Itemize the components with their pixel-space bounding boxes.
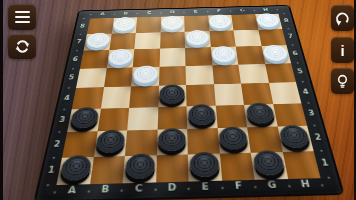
checker-white-d8[interactable]: ⛀ [161,15,183,29]
square-d6[interactable] [159,48,185,66]
square-b7[interactable] [109,33,136,50]
restart-icon [14,38,31,55]
square-e8[interactable] [184,15,209,31]
square-c4[interactable] [129,86,158,108]
frame-stud [136,13,138,14]
undo-button[interactable] [331,5,354,31]
rank-label-right-1: 1 [316,160,335,168]
screen-edge-left [0,0,3,200]
square-g7[interactable] [233,29,261,46]
frame-stud [187,187,190,190]
checker-glyph: ⛂ [218,126,248,149]
square-a4[interactable] [72,87,104,109]
checker-glyph: ⛀ [133,66,158,84]
board-frame: ⛀⛀⛀⛀⛀⛀⛀⛀⛀⛀⛂⛂⛂⛂⛂⛂⛂⛂⛂⛂⛂⛂ ABCDEFGHABCDEFGH1… [36,6,342,200]
rank-label-right-6: 6 [288,51,303,56]
frame-stud [321,184,325,187]
frame-stud [154,188,157,191]
frame-stud [283,13,285,14]
square-d5[interactable] [159,66,186,86]
checker-white-h8[interactable]: ⛀ [256,13,281,27]
checker-black-f2[interactable]: ⛂ [218,126,248,149]
square-g6[interactable] [236,46,265,64]
checker-glyph: ⛀ [209,14,232,28]
square-f4[interactable] [213,84,243,106]
frame-stud [113,14,115,15]
hint-button[interactable] [331,68,354,94]
checker-glyph: ⛂ [188,104,216,125]
square-g2[interactable] [247,127,282,153]
square-e6[interactable] [185,47,212,65]
square-d1[interactable] [156,154,189,182]
file-label-top-a: A [100,12,105,16]
square-h3[interactable] [273,103,308,127]
checker-black-a1[interactable]: ⛂ [59,155,92,181]
rank-label-right-2: 2 [309,134,327,142]
frame-stud [313,124,316,126]
file-label-bottom-d: D [168,183,177,192]
checker-glyph: ⛀ [186,30,209,45]
square-c2[interactable] [125,130,157,156]
checker-glyph: ⛂ [59,155,92,181]
square-c8[interactable] [136,17,161,33]
square-h7[interactable] [258,29,287,46]
file-label-top-d: D [170,10,175,14]
file-label-bottom-g: G [267,180,277,189]
square-e5[interactable] [185,65,213,85]
frame-stud [63,108,66,110]
rank-label-right-7: 7 [284,34,298,39]
square-b4[interactable] [100,86,131,108]
checker-glyph: ⛂ [69,107,99,128]
square-g4[interactable] [241,83,273,105]
frame-stud [206,11,208,12]
file-label-bottom-c: C [135,184,143,193]
checker-glyph: ⛀ [262,44,289,61]
frame-stud [276,9,278,10]
frame-stud [296,62,299,64]
square-d7[interactable] [160,31,185,48]
square-b1[interactable] [89,156,124,185]
frame-stud [58,131,61,133]
game-screen: ⛀⛀⛀⛀⛀⛀⛀⛀⛀⛀⛂⛂⛂⛂⛂⛂⛂⛂⛂⛂⛂⛂ ABCDEFGHABCDEFGH1… [0,0,356,200]
file-label-top-e: E [194,10,198,14]
lightbulb-icon [334,73,351,90]
file-label-bottom-b: B [101,185,110,194]
info-icon: i [340,43,344,58]
rank-label-left-1: 1 [42,167,60,176]
frame-stud [319,149,322,151]
checker-black-d4[interactable]: ⛂ [159,84,185,104]
checker-white-h6[interactable]: ⛀ [262,44,289,61]
file-label-bottom-a: A [67,186,77,195]
frame-stud [68,87,71,89]
undo-arrow-icon [334,10,351,27]
frame-stud [291,44,294,46]
frame-stud [221,186,224,189]
frame-stud [254,185,257,188]
checker-white-b8[interactable]: ⛀ [113,17,136,31]
frame-stud [46,184,49,187]
frame-stud [76,50,79,52]
rank-label-left-5: 5 [64,75,79,81]
square-d3[interactable] [157,106,187,130]
frame-stud [253,10,255,11]
file-label-top-f: F [217,9,221,13]
rank-label-left-8: 8 [76,24,89,29]
board-grid: ⛀⛀⛀⛀⛀⛀⛀⛀⛀⛀⛂⛂⛂⛂⛂⛂⛂⛂⛂⛂⛂⛂ [56,14,320,185]
square-f5[interactable] [212,64,241,84]
frame-stud [52,156,55,158]
frame-stud [79,33,81,34]
rank-label-right-3: 3 [303,110,320,117]
frame-stud [90,14,92,15]
checker-white-e7[interactable]: ⛀ [186,30,209,45]
checker-white-a7[interactable]: ⛀ [85,33,110,49]
checker-glyph: ⛂ [159,84,185,104]
checker-black-a3[interactable]: ⛂ [69,107,99,128]
checker-glyph: ⛂ [278,125,311,148]
square-f7[interactable] [209,30,236,47]
file-label-top-g: G [240,8,245,12]
checkers-board: ⛀⛀⛀⛀⛀⛀⛀⛀⛀⛀⛂⛂⛂⛂⛂⛂⛂⛂⛂⛂⛂⛂ ABCDEFGHABCDEFGH1… [36,6,342,200]
checker-glyph: ⛂ [124,154,155,180]
square-a6[interactable] [80,50,109,69]
square-e4[interactable] [186,84,215,106]
square-g5[interactable] [238,64,268,84]
checker-black-d2[interactable]: ⛂ [158,128,186,151]
rank-label-left-2: 2 [48,141,65,149]
frame-stud [87,190,90,193]
checker-glyph: ⛀ [113,17,136,31]
checker-glyph: ⛀ [256,13,281,27]
info-button[interactable]: i [331,37,354,63]
checker-glyph: ⛂ [252,150,285,176]
file-label-bottom-e: E [202,182,210,191]
square-h1[interactable] [282,151,320,179]
checker-glyph: ⛂ [95,129,125,152]
checker-white-f6[interactable]: ⛀ [211,46,236,63]
rank-label-right-5: 5 [293,69,308,75]
square-e2[interactable] [187,128,219,154]
checker-white-c5[interactable]: ⛀ [133,66,158,84]
checker-black-h2[interactable]: ⛂ [278,125,311,148]
hamburger-icon [15,8,30,26]
frame-stud [327,177,331,180]
frame-stud [183,12,185,13]
checker-white-b6[interactable]: ⛀ [108,48,133,65]
square-a5[interactable] [76,68,106,88]
checker-glyph: ⛂ [189,152,220,178]
frame-stud [83,18,85,19]
frame-stud [120,189,123,192]
checker-glyph: ⛀ [211,46,236,63]
square-h5[interactable] [265,63,296,83]
frame-stud [160,12,162,13]
checker-black-e3[interactable]: ⛂ [188,104,216,125]
checker-glyph: ⛂ [245,103,275,124]
square-c3[interactable] [127,107,158,131]
rank-label-right-8: 8 [280,19,293,24]
checker-glyph: ⛀ [161,15,183,29]
frame-stud [53,191,56,194]
square-c6[interactable] [133,49,160,68]
frame-stud [230,11,232,12]
checker-glyph: ⛀ [108,48,133,65]
square-a2[interactable] [62,131,97,157]
checker-glyph: ⛀ [85,33,110,49]
checker-black-b2[interactable]: ⛂ [95,129,125,152]
rank-label-right-4: 4 [298,89,314,95]
square-b5[interactable] [104,67,133,87]
square-a8[interactable] [87,18,114,34]
square-h4[interactable] [268,82,301,104]
checker-black-g1[interactable]: ⛂ [252,150,285,176]
file-label-bottom-f: F [235,181,243,190]
checker-glyph: ⛂ [158,128,186,151]
file-label-top-b: B [123,11,128,15]
checker-black-e1[interactable]: ⛂ [189,152,220,178]
square-f3[interactable] [215,104,247,128]
menu-button[interactable] [8,4,36,30]
square-g8[interactable] [231,14,258,30]
file-label-top-h: H [263,8,269,12]
checker-black-c1[interactable]: ⛂ [124,154,155,180]
frame-stud [307,102,310,104]
rank-label-left-3: 3 [54,117,70,124]
square-f1[interactable] [219,152,254,180]
square-b3[interactable] [97,107,129,131]
rank-label-left-6: 6 [68,57,82,63]
rank-label-left-4: 4 [59,95,75,102]
frame-stud [287,185,290,188]
file-label-bottom-h: H [300,180,311,189]
frame-stud [301,81,304,83]
checker-black-g3[interactable]: ⛂ [245,103,275,124]
square-c7[interactable] [134,32,160,49]
rank-label-left-7: 7 [72,40,86,45]
checker-white-f8[interactable]: ⛀ [209,14,232,28]
file-label-top-c: C [147,11,152,15]
frame-stud [287,28,289,29]
frame-stud [72,68,75,70]
restart-button[interactable] [8,34,36,59]
